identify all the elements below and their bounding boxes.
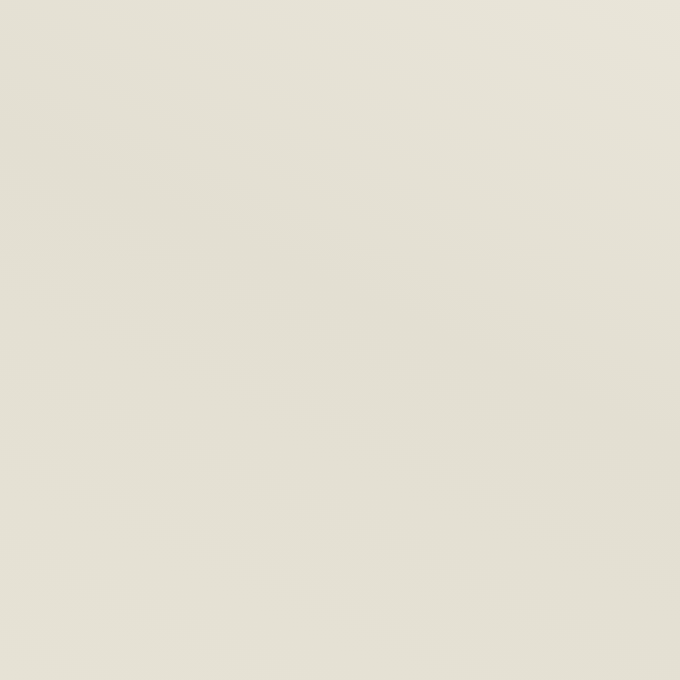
silicone-mould-sheet [0,0,680,680]
product-photo-scene [0,0,680,680]
